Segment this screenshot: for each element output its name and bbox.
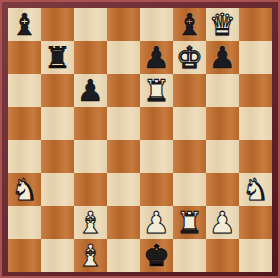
square-d1[interactable] — [107, 239, 140, 272]
square-f8[interactable]: ♝ — [173, 8, 206, 41]
square-b8[interactable] — [41, 8, 74, 41]
piece-black-pawn[interactable]: ♟ — [206, 41, 239, 74]
square-b2[interactable] — [41, 206, 74, 239]
square-g4[interactable] — [206, 140, 239, 173]
square-e4[interactable] — [140, 140, 173, 173]
square-c1[interactable]: ♝ — [74, 239, 107, 272]
square-e5[interactable] — [140, 107, 173, 140]
piece-white-bishop[interactable]: ♝ — [74, 239, 107, 272]
square-e2[interactable]: ♟ — [140, 206, 173, 239]
piece-white-rook[interactable]: ♜ — [140, 74, 173, 107]
square-g2[interactable]: ♟ — [206, 206, 239, 239]
square-a7[interactable] — [8, 41, 41, 74]
square-h7[interactable] — [239, 41, 272, 74]
square-f6[interactable] — [173, 74, 206, 107]
square-c8[interactable] — [74, 8, 107, 41]
piece-black-rook[interactable]: ♜ — [41, 41, 74, 74]
chess-diagram: ♝♝♛♜♟♚♟♟♜♞♞♝♟♜♟♝♚ — [0, 0, 280, 278]
square-g8[interactable]: ♛ — [206, 8, 239, 41]
piece-white-pawn[interactable]: ♟ — [140, 206, 173, 239]
piece-black-pawn[interactable]: ♟ — [74, 74, 107, 107]
square-e6[interactable]: ♜ — [140, 74, 173, 107]
square-g1[interactable] — [206, 239, 239, 272]
square-b6[interactable] — [41, 74, 74, 107]
square-d4[interactable] — [107, 140, 140, 173]
square-h4[interactable] — [239, 140, 272, 173]
chess-board: ♝♝♛♜♟♚♟♟♜♞♞♝♟♜♟♝♚ — [8, 8, 272, 272]
square-c7[interactable] — [74, 41, 107, 74]
square-e1[interactable]: ♚ — [140, 239, 173, 272]
square-d6[interactable] — [107, 74, 140, 107]
square-f5[interactable] — [173, 107, 206, 140]
square-a4[interactable] — [8, 140, 41, 173]
piece-black-bishop[interactable]: ♝ — [173, 8, 206, 41]
piece-white-bishop[interactable]: ♝ — [74, 206, 107, 239]
square-b5[interactable] — [41, 107, 74, 140]
square-f4[interactable] — [173, 140, 206, 173]
square-d3[interactable] — [107, 173, 140, 206]
square-d5[interactable] — [107, 107, 140, 140]
piece-black-pawn[interactable]: ♟ — [140, 41, 173, 74]
square-d7[interactable] — [107, 41, 140, 74]
square-a3[interactable]: ♞ — [8, 173, 41, 206]
square-h8[interactable] — [239, 8, 272, 41]
piece-white-pawn[interactable]: ♟ — [206, 206, 239, 239]
square-c5[interactable] — [74, 107, 107, 140]
piece-white-rook[interactable]: ♜ — [173, 206, 206, 239]
piece-black-bishop[interactable]: ♝ — [8, 8, 41, 41]
square-b7[interactable]: ♜ — [41, 41, 74, 74]
piece-white-king[interactable]: ♚ — [173, 41, 206, 74]
square-e8[interactable] — [140, 8, 173, 41]
square-h3[interactable]: ♞ — [239, 173, 272, 206]
square-f2[interactable]: ♜ — [173, 206, 206, 239]
square-c6[interactable]: ♟ — [74, 74, 107, 107]
square-g3[interactable] — [206, 173, 239, 206]
square-a6[interactable] — [8, 74, 41, 107]
square-b4[interactable] — [41, 140, 74, 173]
square-e7[interactable]: ♟ — [140, 41, 173, 74]
square-b1[interactable] — [41, 239, 74, 272]
square-a5[interactable] — [8, 107, 41, 140]
square-g6[interactable] — [206, 74, 239, 107]
square-g7[interactable]: ♟ — [206, 41, 239, 74]
square-c4[interactable] — [74, 140, 107, 173]
square-c2[interactable]: ♝ — [74, 206, 107, 239]
piece-white-knight[interactable]: ♞ — [8, 173, 41, 206]
square-h6[interactable] — [239, 74, 272, 107]
square-g5[interactable] — [206, 107, 239, 140]
piece-white-queen[interactable]: ♛ — [206, 8, 239, 41]
square-h2[interactable] — [239, 206, 272, 239]
square-a8[interactable]: ♝ — [8, 8, 41, 41]
square-f7[interactable]: ♚ — [173, 41, 206, 74]
piece-black-king[interactable]: ♚ — [140, 239, 173, 272]
square-h5[interactable] — [239, 107, 272, 140]
square-b3[interactable] — [41, 173, 74, 206]
square-a2[interactable] — [8, 206, 41, 239]
square-c3[interactable] — [74, 173, 107, 206]
square-f3[interactable] — [173, 173, 206, 206]
square-f1[interactable] — [173, 239, 206, 272]
square-d8[interactable] — [107, 8, 140, 41]
piece-white-knight[interactable]: ♞ — [239, 173, 272, 206]
square-h1[interactable] — [239, 239, 272, 272]
square-e3[interactable] — [140, 173, 173, 206]
square-d2[interactable] — [107, 206, 140, 239]
square-a1[interactable] — [8, 239, 41, 272]
